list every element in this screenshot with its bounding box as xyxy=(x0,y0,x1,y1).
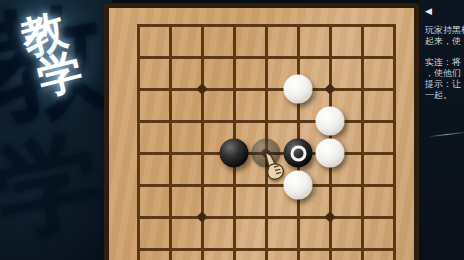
instruction-line: ，使他们 xyxy=(425,68,461,79)
star-point xyxy=(324,83,335,94)
circle-marker xyxy=(290,145,306,161)
instruction-line: 起来，使 xyxy=(425,36,464,47)
go-board[interactable] xyxy=(104,3,419,260)
stone-black-c4r5 xyxy=(220,139,249,168)
tutorial-banner: 教 学 教 学 xyxy=(0,0,112,260)
panel-collapse-arrow-icon[interactable]: ◀ xyxy=(425,7,432,16)
instruction-line: 实连：将 xyxy=(425,57,461,68)
tutorial-screen: 教 学 教 学 ◀ 玩家持黑棋 起来，使 实连：将 ，使他们 提示：让 一起。 xyxy=(0,0,464,260)
stone-white-c6r6 xyxy=(284,171,313,200)
star-point xyxy=(196,83,207,94)
instruction-paragraph-1: 玩家持黑棋 起来，使 xyxy=(425,25,464,47)
star-point xyxy=(324,211,335,222)
instruction-line: 玩家持黑棋 xyxy=(425,25,464,36)
stone-white-c7r5 xyxy=(316,139,345,168)
board-grid[interactable] xyxy=(137,24,396,260)
instruction-paragraph-2: 实连：将 ，使他们 提示：让 一起。 xyxy=(425,57,461,101)
hand-cursor-icon xyxy=(261,151,287,185)
decorative-divider-line xyxy=(430,132,464,137)
stone-white-c6r3 xyxy=(284,75,313,104)
instruction-line: 一起。 xyxy=(425,90,461,101)
instruction-line: 提示：让 xyxy=(425,79,461,90)
star-point xyxy=(196,211,207,222)
stone-black-c6r5 xyxy=(284,139,313,168)
instruction-panel: ◀ 玩家持黑棋 起来，使 实连：将 ，使他们 提示：让 一起。 xyxy=(419,0,464,260)
stone-white-c7r4 xyxy=(316,107,345,136)
